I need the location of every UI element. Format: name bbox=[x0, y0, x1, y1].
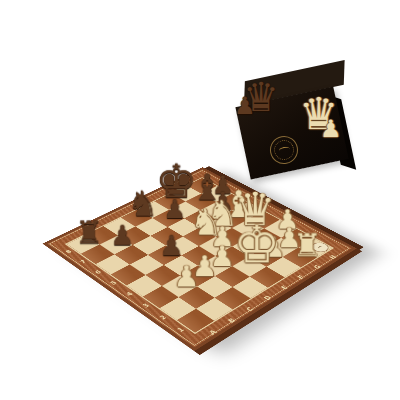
piece-white-king[interactable]: ♚ bbox=[233, 219, 280, 271]
box-piece-black-queen[interactable]: ♛ bbox=[243, 77, 279, 117]
rank-label-3: 3 bbox=[142, 303, 151, 309]
board-perspective-wrap: ♜♞♚♟♟♝♟♟♟♞♞♝♟♛♟♟♟♟♚♟♟♜ ABCDEFGH12345678 bbox=[43, 167, 357, 351]
file-label-f: F bbox=[297, 275, 306, 280]
square-a8[interactable]: ♜ bbox=[67, 235, 100, 254]
piece-black-pawn[interactable]: ♟ bbox=[159, 232, 184, 260]
piece-white-rook[interactable]: ♜ bbox=[293, 230, 321, 262]
box-piece-white-pawn[interactable]: ♟ bbox=[320, 117, 342, 141]
file-label-g: G bbox=[313, 264, 322, 269]
file-label-e: E bbox=[280, 285, 289, 290]
rank-label-7: 7 bbox=[79, 259, 87, 264]
product-photo-scene: ♟♛♛♟ ♜♞♚♟♟♝♟♟♟♞♞♝♟♛♟♟♟♟♚♟♟♜ ABCDEFGH1234… bbox=[0, 0, 400, 400]
piece-black-pawn[interactable]: ♟ bbox=[110, 222, 134, 249]
chess-board: ♜♞♚♟♟♝♟♟♟♞♞♝♟♛♟♟♟♟♚♟♟♜ ABCDEFGH12345678 bbox=[43, 167, 357, 351]
bird-emblem-icon bbox=[278, 146, 290, 154]
logo-ring bbox=[272, 138, 295, 161]
box-maker-logo bbox=[268, 134, 300, 166]
piece-black-rook[interactable]: ♜ bbox=[75, 217, 103, 248]
rank-label-1: 1 bbox=[176, 327, 185, 333]
piece-black-knight[interactable]: ♞ bbox=[127, 187, 158, 222]
rank-label-4: 4 bbox=[125, 291, 134, 297]
file-label-b: B bbox=[227, 318, 237, 324]
file-label-a: A bbox=[208, 329, 218, 335]
file-label-h: H bbox=[329, 255, 338, 260]
file-label-c: C bbox=[246, 306, 255, 312]
rank-label-2: 2 bbox=[159, 315, 168, 321]
rank-label-6: 6 bbox=[94, 270, 102, 275]
board-squares: ♜♞♚♟♟♝♟♟♟♞♞♝♟♛♟♟♟♟♚♟♟♜ bbox=[65, 177, 334, 334]
piece-white-pawn[interactable]: ♟ bbox=[174, 262, 200, 291]
rank-label-8: 8 bbox=[65, 249, 73, 254]
rank-label-5: 5 bbox=[110, 280, 119, 285]
piece-black-pawn[interactable]: ♟ bbox=[163, 196, 186, 222]
file-label-d: D bbox=[263, 295, 273, 301]
